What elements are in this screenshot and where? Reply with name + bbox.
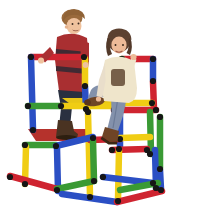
product-photo [0, 0, 200, 214]
girl-eye-left [115, 44, 117, 46]
frame-connector [25, 103, 31, 109]
frame-connector [91, 178, 97, 184]
girl-deck-boot-toe [84, 100, 91, 106]
girl-chest-print [111, 69, 125, 86]
girl-right-hand [130, 54, 136, 60]
frame-connector [90, 135, 96, 141]
frame-connector [22, 142, 28, 148]
frame-connector [153, 107, 159, 113]
girl-left-hand [96, 96, 101, 101]
frame-tube-blue [57, 148, 58, 191]
boy-left-hand [38, 57, 44, 63]
girl-face [111, 37, 126, 54]
frame-connector [30, 127, 36, 133]
frame-connector [87, 194, 93, 200]
frame-connector [82, 83, 88, 89]
frame-connector [157, 114, 163, 120]
frame-connector [58, 103, 64, 109]
boy-eye-left [72, 23, 74, 25]
boy-face [67, 18, 82, 34]
frame-connector [53, 143, 59, 149]
frame-connector [54, 187, 60, 193]
frame-connector [144, 147, 150, 153]
frame-connector [100, 174, 106, 180]
frame-connector [158, 187, 164, 193]
frame-tube-green [93, 140, 94, 181]
frame-connector [81, 54, 87, 60]
frame-connector [109, 147, 115, 153]
girl-eye-right [122, 44, 124, 46]
frame-tube-green [150, 112, 151, 154]
frame-connector [150, 56, 156, 62]
frame-connector [150, 78, 156, 84]
frame-connector [157, 166, 163, 172]
boy-eye-right [78, 23, 80, 25]
frame-connector [85, 109, 91, 115]
boy-right-hand [83, 62, 89, 68]
frame-connector [149, 100, 155, 106]
frame-connector [28, 54, 34, 60]
frame-connector [7, 174, 13, 180]
frame-connector [116, 146, 122, 152]
frame-connector [22, 181, 28, 187]
frame-tube-yellow [120, 137, 150, 138]
frame-tube-blue [31, 57, 33, 130]
frame-tube-blue [160, 170, 161, 189]
boy-ear [65, 25, 69, 29]
frame-connector [115, 198, 121, 204]
